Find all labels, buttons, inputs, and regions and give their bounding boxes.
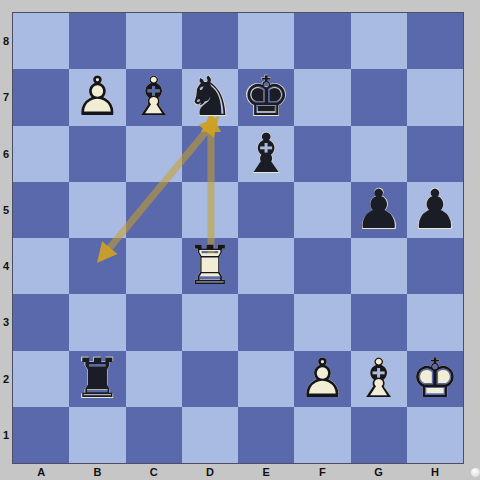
rank-label-6: 6 — [0, 126, 12, 182]
square-c6[interactable] — [126, 126, 182, 182]
square-b8[interactable] — [69, 13, 125, 69]
square-d5[interactable] — [182, 182, 238, 238]
square-h6[interactable] — [407, 126, 463, 182]
black-king[interactable]: ♚♚ — [238, 69, 294, 125]
square-e4[interactable] — [238, 238, 294, 294]
square-g1[interactable] — [351, 407, 407, 463]
white-pawn-outline: ♙ — [294, 351, 350, 407]
file-label-d: D — [182, 464, 238, 479]
square-c2[interactable] — [126, 351, 182, 407]
square-b7[interactable]: ♟♙ — [69, 69, 125, 125]
file-label-b: B — [69, 464, 125, 479]
square-a6[interactable] — [13, 126, 69, 182]
square-h5[interactable]: ♟♟ — [407, 182, 463, 238]
square-e1[interactable] — [238, 407, 294, 463]
rank-label-3: 3 — [0, 294, 12, 350]
square-c7[interactable]: ♝♗ — [126, 69, 182, 125]
chess-app-window: ♟♙♝♗♞♞♚♚♝♝♟♟♟♟♜♖♜♜♟♙♝♗♚♔ 87654321 ABCDEF… — [0, 0, 480, 480]
black-rook[interactable]: ♜♜ — [69, 351, 125, 407]
file-label-g: G — [351, 464, 407, 479]
square-e2[interactable] — [238, 351, 294, 407]
file-label-f: F — [294, 464, 350, 479]
square-f6[interactable] — [294, 126, 350, 182]
square-e7[interactable]: ♚♚ — [238, 69, 294, 125]
square-d6[interactable] — [182, 126, 238, 182]
square-a2[interactable] — [13, 351, 69, 407]
white-bishop[interactable]: ♝♗ — [351, 351, 407, 407]
square-d8[interactable] — [182, 13, 238, 69]
square-f5[interactable] — [294, 182, 350, 238]
square-c1[interactable] — [126, 407, 182, 463]
square-c8[interactable] — [126, 13, 182, 69]
rank-label-8: 8 — [0, 13, 12, 69]
file-labels: ABCDEFGH — [13, 464, 463, 479]
black-pawn-outline: ♟ — [351, 182, 407, 238]
white-pawn[interactable]: ♟♙ — [69, 69, 125, 125]
square-h2[interactable]: ♚♔ — [407, 351, 463, 407]
white-rook-outline: ♖ — [182, 238, 238, 294]
square-h1[interactable] — [407, 407, 463, 463]
rank-label-2: 2 — [0, 351, 12, 407]
square-f4[interactable] — [294, 238, 350, 294]
square-a1[interactable] — [13, 407, 69, 463]
square-b5[interactable] — [69, 182, 125, 238]
square-c5[interactable] — [126, 182, 182, 238]
square-a7[interactable] — [13, 69, 69, 125]
file-label-h: H — [407, 464, 463, 479]
square-b1[interactable] — [69, 407, 125, 463]
file-label-a: A — [13, 464, 69, 479]
square-d7[interactable]: ♞♞ — [182, 69, 238, 125]
white-rook[interactable]: ♜♖ — [182, 238, 238, 294]
square-g7[interactable] — [351, 69, 407, 125]
square-a3[interactable] — [13, 294, 69, 350]
square-h8[interactable] — [407, 13, 463, 69]
corner-indicator-dot — [471, 468, 480, 477]
square-e6[interactable]: ♝♝ — [238, 126, 294, 182]
square-b3[interactable] — [69, 294, 125, 350]
square-f3[interactable] — [294, 294, 350, 350]
black-rook-outline: ♜ — [69, 351, 125, 407]
rank-labels: 87654321 — [0, 13, 12, 463]
square-d1[interactable] — [182, 407, 238, 463]
black-bishop-outline: ♝ — [238, 126, 294, 182]
square-d2[interactable] — [182, 351, 238, 407]
rank-label-4: 4 — [0, 238, 12, 294]
black-pawn[interactable]: ♟♟ — [407, 182, 463, 238]
square-f2[interactable]: ♟♙ — [294, 351, 350, 407]
chess-board[interactable]: ♟♙♝♗♞♞♚♚♝♝♟♟♟♟♜♖♜♜♟♙♝♗♚♔ — [12, 12, 464, 464]
square-h4[interactable] — [407, 238, 463, 294]
white-king[interactable]: ♚♔ — [407, 351, 463, 407]
white-pawn-outline: ♙ — [69, 69, 125, 125]
black-pawn[interactable]: ♟♟ — [351, 182, 407, 238]
square-g4[interactable] — [351, 238, 407, 294]
square-g6[interactable] — [351, 126, 407, 182]
black-knight[interactable]: ♞♞ — [182, 69, 238, 125]
white-bishop-outline: ♗ — [351, 351, 407, 407]
square-f1[interactable] — [294, 407, 350, 463]
square-e5[interactable] — [238, 182, 294, 238]
square-h3[interactable] — [407, 294, 463, 350]
rank-label-1: 1 — [0, 407, 12, 463]
square-d3[interactable] — [182, 294, 238, 350]
file-label-e: E — [238, 464, 294, 479]
black-bishop[interactable]: ♝♝ — [238, 126, 294, 182]
black-king-outline: ♚ — [238, 69, 294, 125]
square-d4[interactable]: ♜♖ — [182, 238, 238, 294]
rank-label-5: 5 — [0, 182, 12, 238]
white-king-outline: ♔ — [407, 351, 463, 407]
square-a8[interactable] — [13, 13, 69, 69]
white-bishop-outline: ♗ — [126, 69, 182, 125]
square-a4[interactable] — [13, 238, 69, 294]
square-f8[interactable] — [294, 13, 350, 69]
square-f7[interactable] — [294, 69, 350, 125]
rank-label-7: 7 — [0, 69, 12, 125]
square-g5[interactable]: ♟♟ — [351, 182, 407, 238]
square-e3[interactable] — [238, 294, 294, 350]
black-knight-outline: ♞ — [182, 69, 238, 125]
white-bishop[interactable]: ♝♗ — [126, 69, 182, 125]
square-e8[interactable] — [238, 13, 294, 69]
square-c4[interactable] — [126, 238, 182, 294]
square-a5[interactable] — [13, 182, 69, 238]
black-pawn-outline: ♟ — [407, 182, 463, 238]
square-c3[interactable] — [126, 294, 182, 350]
square-b4[interactable] — [69, 238, 125, 294]
square-g8[interactable] — [351, 13, 407, 69]
white-pawn[interactable]: ♟♙ — [294, 351, 350, 407]
square-h7[interactable] — [407, 69, 463, 125]
file-label-c: C — [126, 464, 182, 479]
square-b6[interactable] — [69, 126, 125, 182]
square-g2[interactable]: ♝♗ — [351, 351, 407, 407]
square-g3[interactable] — [351, 294, 407, 350]
square-b2[interactable]: ♜♜ — [69, 351, 125, 407]
